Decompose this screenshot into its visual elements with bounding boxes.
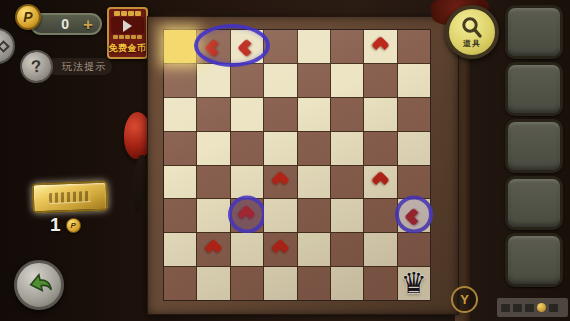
cell-a4[interactable] (164, 166, 196, 199)
cell-f4[interactable] (331, 166, 363, 199)
arrow-left-icon (238, 39, 256, 57)
inventory-slot-4[interactable] (505, 176, 563, 230)
cell-b3[interactable] (197, 199, 229, 232)
cell-h6[interactable] (398, 98, 430, 131)
cell-b6[interactable] (197, 98, 229, 131)
cell-f1[interactable] (331, 267, 363, 300)
cell-c1[interactable] (231, 267, 263, 300)
cell-a1[interactable] (164, 267, 196, 300)
cell-b5[interactable] (197, 132, 229, 165)
cell-c6[interactable] (231, 98, 263, 131)
magnifier-badge-button[interactable]: 道具 (445, 5, 499, 59)
torch-stand (130, 155, 148, 213)
cell-c5[interactable] (231, 132, 263, 165)
ad-top-text-decor (114, 11, 141, 16)
watermark-coin-icon (537, 303, 546, 312)
arrow-up-icon (371, 171, 389, 189)
cell-g7[interactable] (364, 64, 396, 97)
board: ♛ (163, 29, 431, 301)
cell-c7[interactable] (231, 64, 263, 97)
cell-g1[interactable] (364, 267, 396, 300)
cell-f3[interactable] (331, 199, 363, 232)
cell-f5[interactable] (331, 132, 363, 165)
cell-f2[interactable] (331, 233, 363, 266)
arrow-left-icon (405, 208, 423, 226)
cell-h4[interactable] (398, 166, 430, 199)
arrow-up-icon (271, 239, 289, 257)
arrow-up-icon (371, 36, 389, 54)
cell-d4[interactable] (264, 166, 296, 199)
free-coins-label: 免费金币 (109, 42, 147, 55)
cell-c8[interactable] (231, 30, 263, 63)
side-panel-button[interactable] (0, 28, 15, 64)
cell-d1[interactable] (264, 267, 296, 300)
cell-f8[interactable] (331, 30, 363, 63)
magnifier-label: 道具 (463, 38, 481, 49)
cell-d7[interactable] (264, 64, 296, 97)
cell-h2[interactable] (398, 233, 430, 266)
cell-g5[interactable] (364, 132, 396, 165)
cell-b4[interactable] (197, 166, 229, 199)
hint-label-pill[interactable]: 玩法提示 (47, 57, 113, 76)
arrow-up-icon (204, 239, 222, 257)
cell-g4[interactable] (364, 166, 396, 199)
hint-label: 玩法提示 (62, 60, 106, 74)
inventory-slot-1[interactable] (505, 5, 563, 59)
arrow-up-icon (238, 205, 256, 223)
cell-h3[interactable] (398, 199, 430, 232)
cell-a8[interactable] (164, 30, 196, 63)
cell-c2[interactable] (231, 233, 263, 266)
inventory-slot-5[interactable] (505, 233, 563, 287)
cell-f6[interactable] (331, 98, 363, 131)
arrow-left-icon (204, 39, 222, 57)
watermark (497, 298, 568, 317)
gold-bar-count: 1 P (50, 214, 81, 236)
inventory-panel (505, 5, 563, 287)
cell-h1[interactable]: ♛ (398, 267, 430, 300)
gold-bar-button[interactable] (31, 181, 108, 214)
arrow-up-icon (271, 171, 289, 189)
hint-button[interactable]: ? (18, 48, 55, 85)
cell-a7[interactable] (164, 64, 196, 97)
cell-c4[interactable] (231, 166, 263, 199)
p-coin-icon: P (15, 4, 41, 30)
cell-g3[interactable] (364, 199, 396, 232)
diamond-icon (0, 40, 10, 53)
cell-a5[interactable] (164, 132, 196, 165)
cell-h5[interactable] (398, 132, 430, 165)
cell-c3[interactable] (231, 199, 263, 232)
magnifier-icon (459, 16, 485, 40)
cell-e6[interactable] (298, 98, 330, 131)
cell-h8[interactable] (398, 30, 430, 63)
cell-e2[interactable] (298, 233, 330, 266)
cell-e4[interactable] (298, 166, 330, 199)
y-badge-button[interactable]: Y (451, 286, 478, 313)
inventory-slot-3[interactable] (505, 119, 563, 173)
cell-g2[interactable] (364, 233, 396, 266)
undo-arrow-icon (23, 269, 55, 301)
cell-g8[interactable] (364, 30, 396, 63)
gold-bar-engraving (49, 191, 91, 203)
black-queen[interactable]: ♛ (401, 269, 427, 298)
cell-g6[interactable] (364, 98, 396, 131)
p-coin-small-icon: P (66, 218, 81, 233)
cell-d6[interactable] (264, 98, 296, 131)
add-coins-button[interactable]: + (83, 16, 93, 33)
cell-d3[interactable] (264, 199, 296, 232)
cell-e7[interactable] (298, 64, 330, 97)
cell-e1[interactable] (298, 267, 330, 300)
free-coins-ad-button[interactable]: 免费金币 (107, 7, 148, 59)
ad-mid-text-decor (113, 35, 142, 39)
cell-d2[interactable] (264, 233, 296, 266)
board-frame: ♛ (147, 16, 459, 315)
cell-a2[interactable] (164, 233, 196, 266)
video-play-icon (111, 17, 144, 34)
gold-bar-count-value: 1 (50, 214, 61, 236)
cell-f7[interactable] (331, 64, 363, 97)
cell-b2[interactable] (197, 233, 229, 266)
coin-count-value: 0 (61, 16, 69, 32)
cell-b1[interactable] (197, 267, 229, 300)
undo-button[interactable] (14, 260, 64, 310)
cell-e3[interactable] (298, 199, 330, 232)
cell-d5[interactable] (264, 132, 296, 165)
inventory-slot-2[interactable] (505, 62, 563, 116)
cell-e8[interactable] (298, 30, 330, 63)
cell-b8[interactable] (197, 30, 229, 63)
cell-a6[interactable] (164, 98, 196, 131)
cell-e5[interactable] (298, 132, 330, 165)
cell-h7[interactable] (398, 64, 430, 97)
cell-b7[interactable] (197, 64, 229, 97)
game-screen: 0 + P ? 玩法提示 免费金币 1 P ♛ (0, 0, 570, 321)
cell-a3[interactable] (164, 199, 196, 232)
cell-d8[interactable] (264, 30, 296, 63)
